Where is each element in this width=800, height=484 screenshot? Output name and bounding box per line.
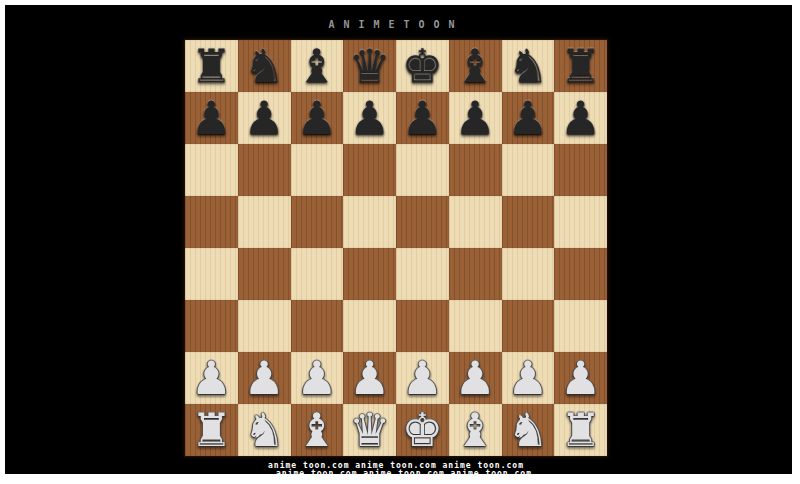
piece-white-bishop[interactable]: ♝ <box>296 407 337 453</box>
square-b7[interactable]: ♟ <box>238 92 291 144</box>
piece-white-pawn[interactable]: ♟ <box>507 355 548 401</box>
piece-black-pawn[interactable]: ♟ <box>507 95 548 141</box>
square-e1[interactable]: ♚ <box>396 404 449 456</box>
square-a6[interactable] <box>185 144 238 196</box>
square-a8[interactable]: ♜ <box>185 40 238 92</box>
square-a1[interactable]: ♜ <box>185 404 238 456</box>
square-d8[interactable]: ♛ <box>343 40 396 92</box>
piece-black-pawn[interactable]: ♟ <box>349 95 390 141</box>
piece-black-king[interactable]: ♚ <box>402 43 443 89</box>
square-d2[interactable]: ♟ <box>343 352 396 404</box>
piece-black-knight[interactable]: ♞ <box>507 43 548 89</box>
square-g8[interactable]: ♞ <box>502 40 555 92</box>
square-c1[interactable]: ♝ <box>291 404 344 456</box>
piece-white-pawn[interactable]: ♟ <box>349 355 390 401</box>
square-a5[interactable] <box>185 196 238 248</box>
square-a2[interactable]: ♟ <box>185 352 238 404</box>
piece-black-knight[interactable]: ♞ <box>244 43 285 89</box>
square-b2[interactable]: ♟ <box>238 352 291 404</box>
square-c7[interactable]: ♟ <box>291 92 344 144</box>
square-e2[interactable]: ♟ <box>396 352 449 404</box>
piece-white-knight[interactable]: ♞ <box>244 407 285 453</box>
piece-black-pawn[interactable]: ♟ <box>191 95 232 141</box>
square-b4[interactable] <box>238 248 291 300</box>
square-d1[interactable]: ♛ <box>343 404 396 456</box>
square-g5[interactable] <box>502 196 555 248</box>
square-e8[interactable]: ♚ <box>396 40 449 92</box>
watermark-line-2: anime toon.com anime toon.com anime toon… <box>184 470 608 478</box>
square-c2[interactable]: ♟ <box>291 352 344 404</box>
piece-black-pawn[interactable]: ♟ <box>455 95 496 141</box>
square-f8[interactable]: ♝ <box>449 40 502 92</box>
square-e7[interactable]: ♟ <box>396 92 449 144</box>
square-g6[interactable] <box>502 144 555 196</box>
square-c6[interactable] <box>291 144 344 196</box>
square-g7[interactable]: ♟ <box>502 92 555 144</box>
piece-white-pawn[interactable]: ♟ <box>244 355 285 401</box>
square-a4[interactable] <box>185 248 238 300</box>
piece-black-rook[interactable]: ♜ <box>191 43 232 89</box>
square-h5[interactable] <box>554 196 607 248</box>
piece-white-rook[interactable]: ♜ <box>191 407 232 453</box>
piece-white-queen[interactable]: ♛ <box>349 407 390 453</box>
piece-black-rook[interactable]: ♜ <box>560 43 601 89</box>
piece-black-queen[interactable]: ♛ <box>349 43 390 89</box>
chess-board: ♜♞♝♛♚♝♞♜♟♟♟♟♟♟♟♟♟♟♟♟♟♟♟♟♜♞♝♛♚♝♞♜ <box>184 39 608 457</box>
square-h2[interactable]: ♟ <box>554 352 607 404</box>
piece-white-pawn[interactable]: ♟ <box>455 355 496 401</box>
square-b1[interactable]: ♞ <box>238 404 291 456</box>
square-f6[interactable] <box>449 144 502 196</box>
square-h8[interactable]: ♜ <box>554 40 607 92</box>
piece-white-pawn[interactable]: ♟ <box>296 355 337 401</box>
piece-white-pawn[interactable]: ♟ <box>191 355 232 401</box>
square-f3[interactable] <box>449 300 502 352</box>
square-f2[interactable]: ♟ <box>449 352 502 404</box>
square-d3[interactable] <box>343 300 396 352</box>
square-b6[interactable] <box>238 144 291 196</box>
square-e3[interactable] <box>396 300 449 352</box>
square-c4[interactable] <box>291 248 344 300</box>
piece-white-knight[interactable]: ♞ <box>507 407 548 453</box>
square-d4[interactable] <box>343 248 396 300</box>
square-e6[interactable] <box>396 144 449 196</box>
game-title: ANIMETOON <box>184 19 608 30</box>
piece-black-pawn[interactable]: ♟ <box>296 95 337 141</box>
watermark-text: anime toon.com anime toon.com anime toon… <box>184 462 608 478</box>
square-f1[interactable]: ♝ <box>449 404 502 456</box>
square-b5[interactable] <box>238 196 291 248</box>
piece-black-pawn[interactable]: ♟ <box>402 95 443 141</box>
square-d5[interactable] <box>343 196 396 248</box>
square-a3[interactable] <box>185 300 238 352</box>
square-d6[interactable] <box>343 144 396 196</box>
game-panel: ANIMETOON ♜♞♝♛♚♝♞♜♟♟♟♟♟♟♟♟♟♟♟♟♟♟♟♟♜♞♝♛♚♝… <box>5 5 792 474</box>
piece-black-bishop[interactable]: ♝ <box>296 43 337 89</box>
square-g4[interactable] <box>502 248 555 300</box>
piece-white-bishop[interactable]: ♝ <box>455 407 496 453</box>
square-g3[interactable] <box>502 300 555 352</box>
square-f7[interactable]: ♟ <box>449 92 502 144</box>
square-f4[interactable] <box>449 248 502 300</box>
square-d7[interactable]: ♟ <box>343 92 396 144</box>
square-h7[interactable]: ♟ <box>554 92 607 144</box>
square-h4[interactable] <box>554 248 607 300</box>
square-b8[interactable]: ♞ <box>238 40 291 92</box>
piece-white-king[interactable]: ♚ <box>402 407 443 453</box>
square-e5[interactable] <box>396 196 449 248</box>
square-g2[interactable]: ♟ <box>502 352 555 404</box>
square-c5[interactable] <box>291 196 344 248</box>
piece-white-pawn[interactable]: ♟ <box>402 355 443 401</box>
square-f5[interactable] <box>449 196 502 248</box>
square-a7[interactable]: ♟ <box>185 92 238 144</box>
square-c3[interactable] <box>291 300 344 352</box>
piece-black-pawn[interactable]: ♟ <box>560 95 601 141</box>
square-h1[interactable]: ♜ <box>554 404 607 456</box>
piece-black-pawn[interactable]: ♟ <box>244 95 285 141</box>
square-g1[interactable]: ♞ <box>502 404 555 456</box>
square-b3[interactable] <box>238 300 291 352</box>
square-e4[interactable] <box>396 248 449 300</box>
piece-white-pawn[interactable]: ♟ <box>560 355 601 401</box>
piece-white-rook[interactable]: ♜ <box>560 407 601 453</box>
square-h3[interactable] <box>554 300 607 352</box>
square-c8[interactable]: ♝ <box>291 40 344 92</box>
square-h6[interactable] <box>554 144 607 196</box>
piece-black-bishop[interactable]: ♝ <box>455 43 496 89</box>
